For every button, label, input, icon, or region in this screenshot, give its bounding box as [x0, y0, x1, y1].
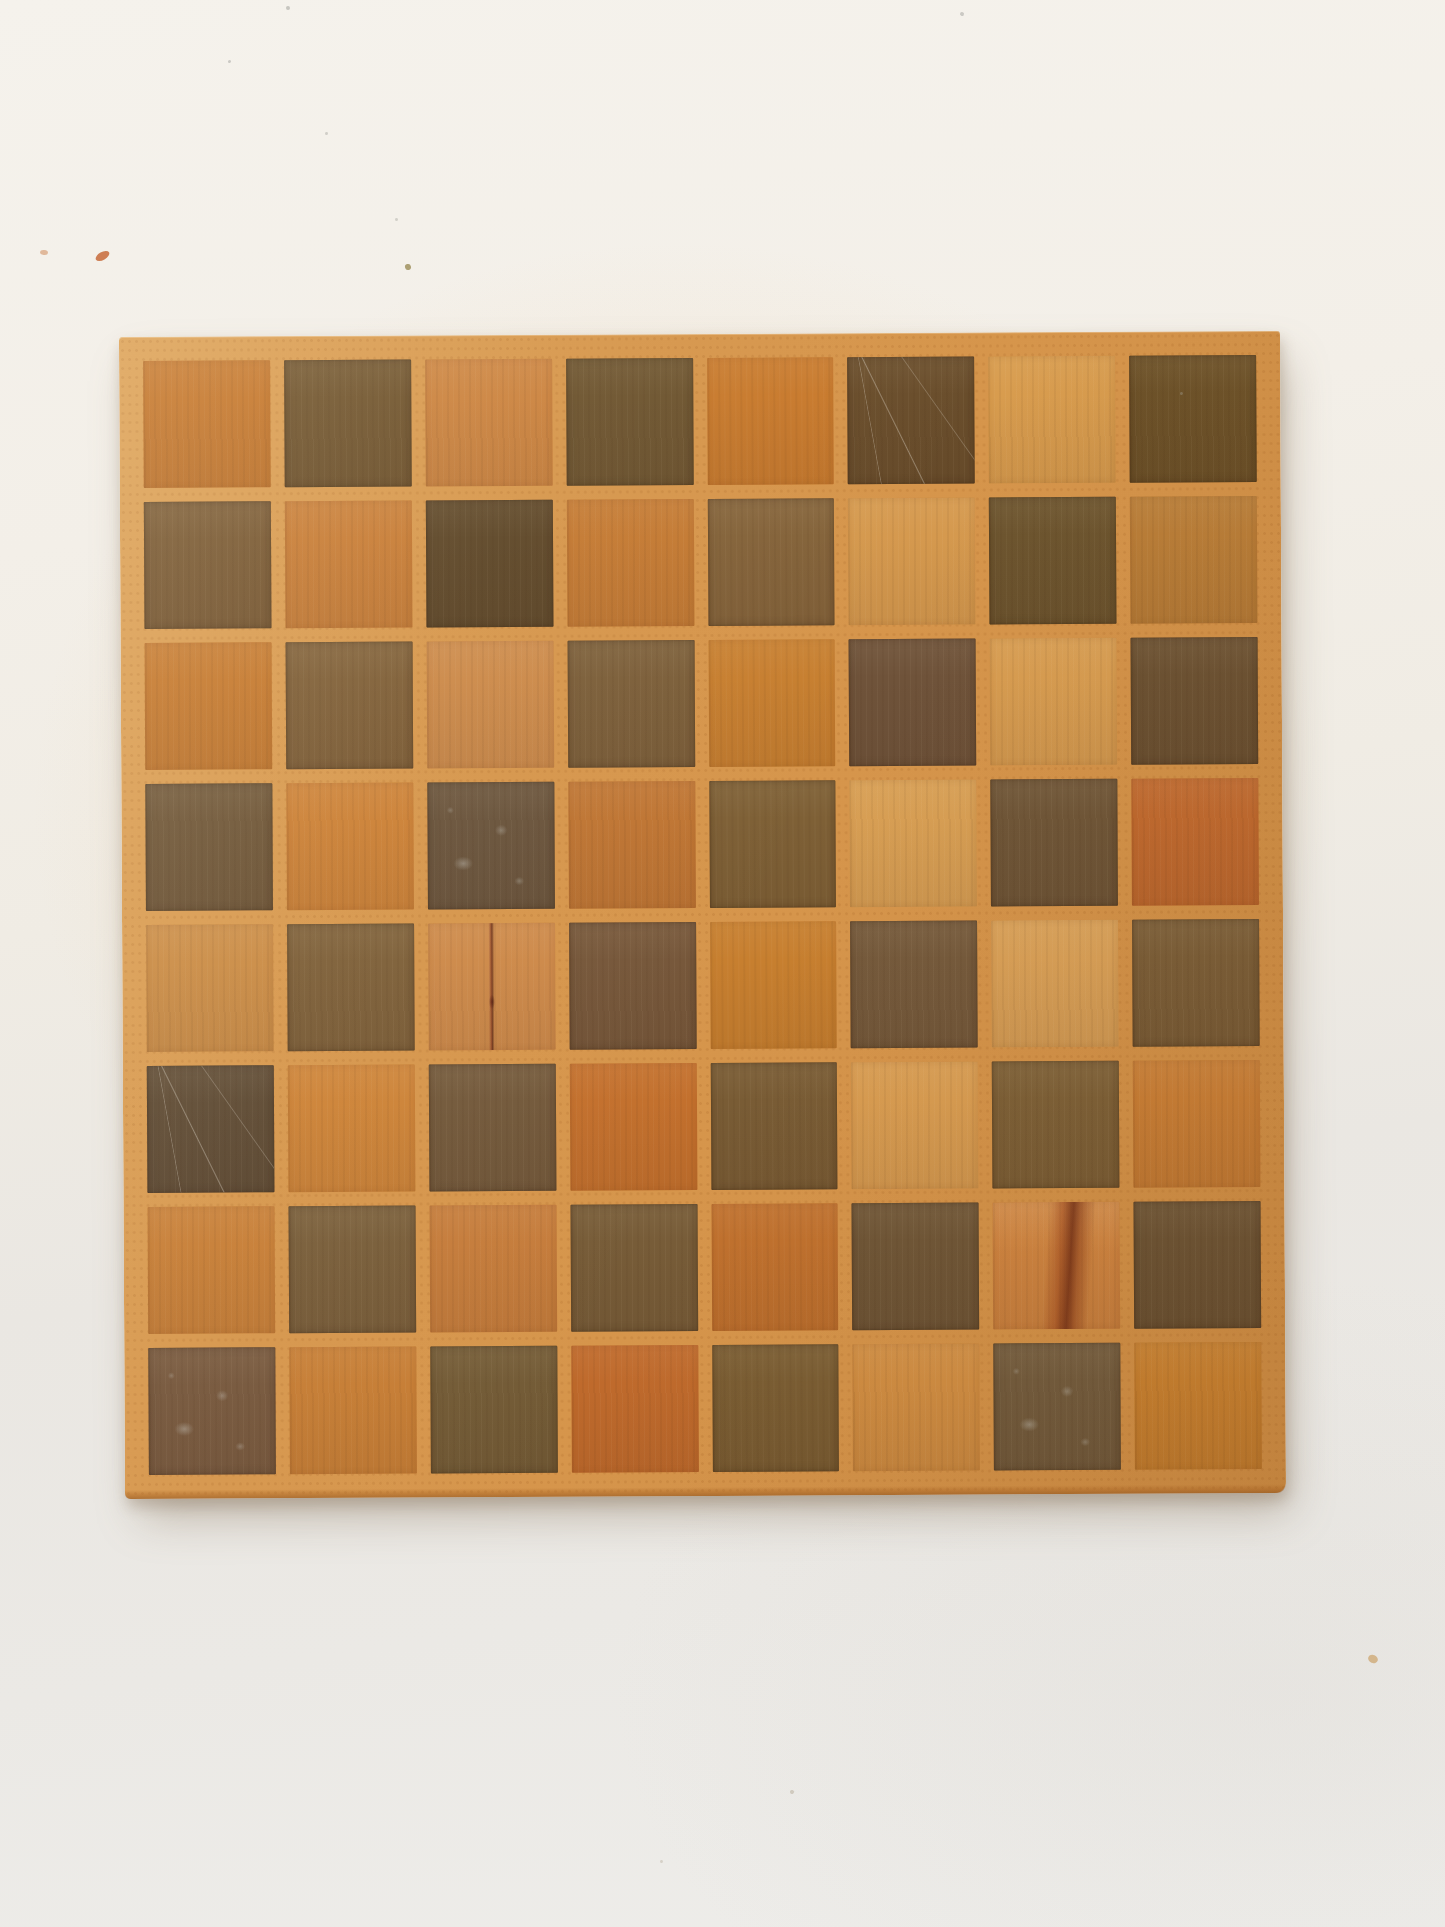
square-f7[interactable] [848, 498, 976, 626]
square-h6[interactable] [1131, 637, 1259, 765]
dust-speck [228, 60, 232, 64]
square-h5[interactable] [1131, 778, 1259, 906]
square-d5[interactable] [568, 781, 696, 909]
square-h7[interactable] [1130, 496, 1258, 624]
square-e7[interactable] [707, 498, 835, 626]
square-c7[interactable] [426, 500, 554, 628]
square-c5[interactable] [427, 782, 555, 910]
square-f2[interactable] [852, 1203, 980, 1331]
dust-speck [959, 11, 964, 16]
board-grid [143, 355, 1262, 1475]
square-g8[interactable] [988, 356, 1116, 484]
dust-speck [325, 132, 329, 136]
square-c1[interactable] [430, 1346, 558, 1474]
square-c4[interactable] [428, 923, 556, 1051]
square-f1[interactable] [853, 1344, 981, 1472]
square-e6[interactable] [708, 639, 836, 767]
dust-speck [286, 6, 290, 10]
square-b2[interactable] [288, 1206, 416, 1334]
dust-speck [789, 1789, 794, 1794]
square-g2[interactable] [993, 1202, 1121, 1330]
square-f6[interactable] [849, 639, 977, 767]
square-a3[interactable] [147, 1065, 275, 1193]
square-g4[interactable] [991, 920, 1119, 1048]
dust-speck [404, 263, 411, 270]
square-a6[interactable] [145, 642, 273, 770]
square-b8[interactable] [284, 360, 412, 488]
square-f4[interactable] [850, 921, 978, 1049]
square-f8[interactable] [847, 357, 975, 485]
dust-speck [94, 249, 111, 263]
square-h4[interactable] [1132, 919, 1260, 1047]
square-b6[interactable] [285, 642, 413, 770]
square-d7[interactable] [566, 499, 694, 627]
square-g1[interactable] [993, 1343, 1121, 1471]
square-b7[interactable] [285, 501, 413, 629]
square-h2[interactable] [1134, 1201, 1262, 1329]
square-c6[interactable] [426, 641, 554, 769]
square-d1[interactable] [571, 1345, 699, 1473]
square-b5[interactable] [286, 783, 414, 911]
square-e5[interactable] [709, 780, 837, 908]
square-e1[interactable] [712, 1344, 840, 1472]
table-surface [0, 0, 1445, 1927]
square-g5[interactable] [991, 779, 1119, 907]
square-d6[interactable] [567, 640, 695, 768]
square-f3[interactable] [851, 1062, 979, 1190]
square-d3[interactable] [569, 1063, 697, 1191]
square-a8[interactable] [143, 360, 271, 488]
square-g7[interactable] [989, 497, 1117, 625]
square-d4[interactable] [569, 922, 697, 1050]
dust-speck [395, 218, 399, 222]
square-e8[interactable] [707, 357, 835, 485]
square-c3[interactable] [429, 1064, 557, 1192]
square-g3[interactable] [992, 1061, 1120, 1189]
square-e3[interactable] [710, 1062, 838, 1190]
square-h3[interactable] [1133, 1060, 1261, 1188]
square-b3[interactable] [288, 1065, 416, 1193]
square-a7[interactable] [144, 501, 272, 629]
square-e4[interactable] [710, 921, 838, 1049]
dust-speck [1367, 1653, 1379, 1664]
chess-board [119, 331, 1286, 1499]
square-b1[interactable] [289, 1347, 417, 1475]
square-b4[interactable] [287, 924, 415, 1052]
square-f5[interactable] [850, 780, 978, 908]
square-d2[interactable] [570, 1204, 698, 1332]
square-a2[interactable] [148, 1206, 276, 1334]
square-e2[interactable] [711, 1203, 839, 1331]
square-g6[interactable] [990, 638, 1118, 766]
square-a1[interactable] [148, 1347, 276, 1475]
square-a5[interactable] [145, 783, 273, 911]
dust-speck [40, 250, 49, 256]
square-d8[interactable] [566, 358, 694, 486]
square-h1[interactable] [1134, 1342, 1262, 1470]
square-c2[interactable] [429, 1205, 557, 1333]
square-h8[interactable] [1129, 355, 1257, 483]
square-c8[interactable] [425, 359, 553, 487]
square-a4[interactable] [146, 924, 274, 1052]
dust-speck [660, 1860, 664, 1864]
